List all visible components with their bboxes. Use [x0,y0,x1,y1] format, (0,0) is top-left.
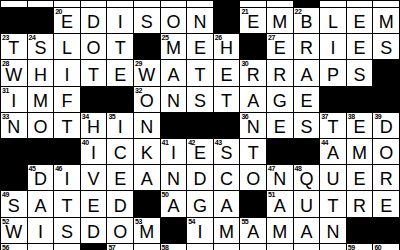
fill-letter: M [166,39,181,59]
fill-letter: R [300,39,313,59]
letter-cell-r8c8[interactable]: A [214,191,240,216]
clue-number: 33 [2,113,9,121]
letter-cell-r4c5[interactable]: 32O [134,87,160,112]
clue-number: 39 [374,113,381,121]
block-cell-r4c4 [107,87,133,112]
fill-letter: E [194,39,206,59]
letter-cell-r7c5[interactable]: A [134,165,160,190]
letter-cell-r10c14[interactable]: 60 [373,244,399,250]
letter-cell-r3c0[interactable]: 28W [1,60,27,85]
clue-number: 22 [295,8,302,16]
letter-cell-r9c1[interactable]: I [28,218,54,243]
letter-cell-r5c14[interactable]: 39D [373,113,399,138]
letter-cell-r1c2[interactable]: 20E [54,8,80,33]
fill-letter: R [247,66,260,86]
fill-letter: S [8,197,20,217]
letter-cell-r2c13[interactable]: E [347,34,373,59]
fill-letter: H [34,66,47,86]
block-cell-r1c8 [214,8,240,33]
clue-number: 25 [162,34,169,42]
clue-number: 60 [374,244,381,250]
letter-cell-r5c12[interactable]: 37T [320,113,346,138]
letter-cell-r1c13[interactable]: E [347,8,373,33]
clue-number: 32 [135,87,142,95]
fill-letter: T [61,197,72,217]
letter-cell-r7c8[interactable]: C [214,165,240,190]
fill-letter: H [220,39,233,59]
fill-letter: A [274,197,286,217]
block-cell-r5c6 [161,113,187,138]
block-cell-r4c13 [347,87,373,112]
letter-cell-r10c7[interactable] [187,244,213,250]
clue-number: 40 [82,139,89,147]
letter-cell-r8c2[interactable]: T [54,191,80,216]
letter-cell-r4c8[interactable]: T [214,87,240,112]
fill-letter: O [246,170,260,190]
letter-cell-r3c10[interactable]: R [267,60,293,85]
letter-cell-r3c2[interactable]: I [54,60,80,85]
clue-number: 50 [162,191,169,199]
clue-number: 49 [2,191,9,199]
letter-cell-r9c10[interactable]: M [267,218,293,243]
letter-cell-r6c13[interactable]: M [347,139,373,164]
clue-number: 48 [295,165,302,173]
letter-cell-r2c10[interactable]: 27E [267,34,293,59]
block-cell-r7c0 [1,165,27,190]
letter-cell-r7c1[interactable]: 45D [28,165,54,190]
letter-cell-r5c5[interactable]: N [134,113,160,138]
letter-cell-r4c7[interactable]: S [187,87,213,112]
letter-cell-r1c14[interactable]: M [373,8,399,33]
fill-letter: P [327,66,339,86]
letter-cell-r6c7[interactable]: 42E [187,139,213,164]
letter-cell-r2c14[interactable]: S [373,34,399,59]
fill-letter: E [61,13,73,33]
letter-cell-r4c0[interactable]: 31I [1,87,27,112]
clue-number: 44 [321,139,328,147]
letter-cell-r6c3[interactable]: 40I [81,139,107,164]
clue-number: 45 [29,165,36,173]
fill-letter: N [7,118,20,138]
letter-cell-r10c12[interactable] [320,244,346,250]
fill-letter: D [87,223,100,243]
fill-letter: K [141,144,153,164]
fill-letter: A [167,66,179,86]
crossword-board: 20EDISON21EM22BLEM23T24SLOT25ME26H27ERIE… [0,0,400,250]
fill-letter: I [330,39,335,59]
clue-number: 54 [188,218,195,226]
letter-cell-r3c7[interactable]: T [187,60,213,85]
fill-letter: I [91,144,96,164]
fill-letter: A [34,197,46,217]
fill-letter: O [113,223,127,243]
fill-letter: S [300,118,312,138]
letter-cell-r4c10[interactable]: G [267,87,293,112]
letter-cell-r10c0[interactable]: 56 [1,244,27,250]
letter-cell-r9c11[interactable]: A [294,218,320,243]
block-cell-r1c0 [1,8,27,33]
block-cell-r6c0 [1,139,27,164]
letter-cell-r5c1[interactable]: O [28,113,54,138]
fill-letter: O [140,92,154,112]
clue-number: 29 [135,60,142,68]
letter-cell-r4c1[interactable]: M [28,87,54,112]
fill-letter: A [300,66,312,86]
letter-cell-r7c9[interactable]: O [240,165,266,190]
fill-letter: T [88,66,99,86]
letter-cell-r7c14[interactable]: R [373,165,399,190]
fill-letter: I [197,223,202,243]
fill-letter: A [167,197,179,217]
fill-letter: W [138,66,155,86]
letter-cell-r3c4[interactable]: E [107,60,133,85]
clue-number: 36 [241,113,248,121]
fill-letter: N [167,170,180,190]
fill-letter: D [87,13,100,33]
letter-cell-r5c0[interactable]: 33N [1,113,27,138]
letter-cell-r1c5[interactable]: S [134,8,160,33]
letter-cell-r0c9[interactable] [240,1,266,7]
letter-cell-r7c6[interactable]: N [161,165,187,190]
fill-letter: S [141,13,153,33]
fill-letter: A [221,197,233,217]
block-cell-r3c14 [373,60,399,85]
letter-cell-r6c8[interactable]: 43S [214,139,240,164]
letter-cell-r5c10[interactable]: E [267,113,293,138]
letter-cell-r3c1[interactable]: H [28,60,54,85]
fill-letter: N [167,92,180,112]
letter-cell-r1c7[interactable]: N [187,8,213,33]
letter-cell-r0c6[interactable] [161,1,187,7]
fill-letter: E [354,118,366,138]
block-cell-r9c6 [161,218,187,243]
letter-cell-r5c2[interactable]: T [54,113,80,138]
block-cell-r8c9 [240,191,266,216]
letter-cell-r5c4[interactable]: 35I [107,113,133,138]
letter-cell-r3c12[interactable]: P [320,60,346,85]
letter-cell-r2c11[interactable]: R [294,34,320,59]
clue-number: 42 [188,139,195,147]
fill-letter: E [114,170,126,190]
block-cell-r6c10 [267,139,293,164]
letter-cell-r0c13[interactable] [347,1,373,7]
fill-letter: I [118,118,123,138]
clue-number: 58 [162,244,169,250]
letter-cell-r6c14[interactable]: O [373,139,399,164]
fill-letter: L [328,13,338,33]
letter-cell-r7c7[interactable]: D [187,165,213,190]
letter-cell-r10c8[interactable] [214,244,240,250]
fill-letter: M [272,223,287,243]
fill-letter: T [61,118,72,138]
letter-cell-r6c5[interactable]: K [134,139,160,164]
fill-letter: T [115,39,126,59]
letter-cell-r8c13[interactable]: R [347,191,373,216]
letter-cell-r1c4[interactable]: I [107,8,133,33]
fill-letter: D [34,170,47,190]
letter-cell-r6c6[interactable]: 41I [161,139,187,164]
letter-cell-r3c8[interactable]: E [214,60,240,85]
fill-letter: O [166,13,180,33]
block-cell-r6c1 [28,139,54,164]
letter-cell-r10c5[interactable] [134,244,160,250]
fill-letter: A [247,223,259,243]
clue-number: 27 [268,34,275,42]
clue-number: 51 [268,191,275,199]
letter-cell-r9c0[interactable]: 52W [1,218,27,243]
fill-letter: L [62,39,72,59]
letter-cell-r8c0[interactable]: 49S [1,191,27,216]
block-cell-r6c11 [294,139,320,164]
letter-cell-r2c6[interactable]: 25M [161,34,187,59]
fill-letter: M [379,13,394,33]
fill-letter: O [33,118,47,138]
clue-number: 23 [2,34,9,42]
letter-cell-r9c4[interactable]: O [107,218,133,243]
letter-cell-r0c4[interactable] [107,1,133,7]
fill-letter: N [193,13,206,33]
fill-letter: U [326,170,339,190]
letter-cell-r4c2[interactable]: F [54,87,80,112]
letter-cell-r9c8[interactable]: M [214,218,240,243]
letter-cell-r5c13[interactable]: 38E [347,113,373,138]
letter-cell-r5c9[interactable]: 36N [240,113,266,138]
letter-cell-r0c2[interactable] [54,1,80,7]
fill-letter: R [353,197,366,217]
fill-letter: M [272,13,287,33]
letter-cell-r9c7[interactable]: 54I [187,218,213,243]
clue-number: 20 [55,8,62,16]
letter-cell-r7c13[interactable]: E [347,165,373,190]
clue-number: 26 [215,34,222,42]
fill-letter: G [273,92,287,112]
clue-number: 24 [29,34,36,42]
fill-letter: E [221,66,233,86]
fill-letter: D [114,197,127,217]
letter-cell-r6c4[interactable]: C [107,139,133,164]
fill-letter: E [114,66,126,86]
fill-letter: G [193,197,207,217]
fill-letter: W [5,66,22,86]
letter-cell-r2c1[interactable]: 24S [28,34,54,59]
clue-number: 56 [2,244,9,250]
fill-letter: I [118,13,123,33]
fill-letter: D [193,170,206,190]
letter-cell-r9c5[interactable]: 53M [134,218,160,243]
fill-letter: T [327,118,338,138]
fill-letter: E [194,144,206,164]
letter-cell-r7c2[interactable]: 46I [54,165,80,190]
block-cell-r4c12 [320,87,346,112]
letter-cell-r3c3[interactable]: T [81,60,107,85]
letter-cell-r0c0[interactable] [1,1,27,7]
letter-cell-r9c9[interactable]: 55A [240,218,266,243]
letter-cell-r8c10[interactable]: 51A [267,191,293,216]
fill-letter: M [352,144,367,164]
fill-letter: Q [299,170,313,190]
letter-cell-r0c12[interactable] [320,1,346,7]
clue-number: 28 [2,60,9,68]
letter-cell-r10c9[interactable] [240,244,266,250]
fill-letter: A [141,170,153,190]
letter-cell-r9c12[interactable]: N [320,218,346,243]
letter-cell-r1c11[interactable]: 22B [294,8,320,33]
letter-cell-r2c12[interactable]: I [320,34,346,59]
letter-cell-r10c4[interactable]: 57 [107,244,133,250]
fill-letter: N [247,118,260,138]
letter-cell-r3c9[interactable]: 30R [240,60,266,85]
letter-cell-r3c6[interactable]: A [161,60,187,85]
block-cell-r0c11 [294,1,320,7]
letter-cell-r10c1[interactable] [28,244,54,250]
clue-number: 37 [321,113,328,121]
fill-letter: T [194,66,205,86]
block-cell-r5c7 [187,113,213,138]
fill-letter: E [380,197,392,217]
letter-cell-r1c12[interactable]: L [320,8,346,33]
letter-cell-r2c2[interactable]: L [54,34,80,59]
letter-cell-r7c4[interactable]: E [107,165,133,190]
fill-letter: V [88,170,100,190]
letter-cell-r3c11[interactable]: A [294,60,320,85]
letter-cell-r9c3[interactable]: D [81,218,107,243]
letter-cell-r0c7[interactable] [187,1,213,7]
fill-letter: A [300,223,312,243]
letter-cell-r3c13[interactable]: S [347,60,373,85]
letter-cell-r1c9[interactable]: 21E [240,8,266,33]
fill-letter: N [273,170,286,190]
letter-cell-r10c10[interactable] [267,244,293,250]
fill-letter: E [274,39,286,59]
letter-cell-r7c12[interactable]: U [320,165,346,190]
fill-letter: S [221,144,233,164]
fill-letter: S [61,223,73,243]
clue-number: 38 [348,113,355,121]
fill-letter: N [140,118,153,138]
letter-cell-r2c3[interactable]: O [81,34,107,59]
letter-cell-r10c13[interactable]: 59 [347,244,373,250]
letter-cell-r5c3[interactable]: 34H [81,113,107,138]
block-cell-r4c14 [373,87,399,112]
fill-letter: M [139,223,154,243]
letter-cell-r4c6[interactable]: N [161,87,187,112]
clue-number: 46 [55,165,62,173]
fill-letter: F [61,92,72,112]
fill-letter: C [114,144,127,164]
fill-letter: T [327,197,338,217]
fill-letter: O [379,144,393,164]
letter-cell-r1c3[interactable]: D [81,8,107,33]
fill-letter: W [5,223,22,243]
block-cell-r1c1 [28,8,54,33]
fill-letter: D [380,118,393,138]
block-cell-r9c13 [347,218,373,243]
fill-letter: I [64,170,69,190]
letter-cell-r0c5[interactable] [134,1,160,7]
block-cell-r4c3 [81,87,107,112]
fill-letter: A [327,144,339,164]
fill-letter: E [354,170,366,190]
letter-cell-r0c10[interactable] [267,1,293,7]
fill-letter: E [300,92,312,112]
letter-cell-r1c6[interactable]: O [161,8,187,33]
block-cell-r10c3 [81,244,107,250]
letter-cell-r5c11[interactable]: S [294,113,320,138]
clue-number: 52 [2,218,9,226]
letter-cell-r7c3[interactable]: V [81,165,107,190]
letter-cell-r0c3[interactable] [81,1,107,7]
letter-cell-r2c7[interactable]: E [187,34,213,59]
fill-letter: N [326,223,339,243]
letter-cell-r7c10[interactable]: 47N [267,165,293,190]
letter-cell-r9c2[interactable]: S [54,218,80,243]
letter-cell-r7c11[interactable]: 48Q [294,165,320,190]
letter-cell-r3c5[interactable]: 29W [134,60,160,85]
block-cell-r2c5 [134,34,160,59]
fill-letter: E [354,39,366,59]
fill-letter: E [247,13,259,33]
letter-cell-r10c11[interactable] [294,244,320,250]
block-cell-r8c5 [134,191,160,216]
letter-cell-r10c6[interactable]: 58 [161,244,187,250]
fill-letter: T [8,39,19,59]
letter-cell-r1c10[interactable]: M [267,8,293,33]
clue-number: 53 [135,218,142,226]
block-cell-r5c8 [214,113,240,138]
block-cell-r0c8 [214,1,240,7]
block-cell-r6c2 [54,139,80,164]
letter-cell-r2c4[interactable]: T [107,34,133,59]
letter-cell-r2c0[interactable]: 23T [1,34,27,59]
fill-letter: T [221,92,232,112]
letter-cell-r4c11[interactable]: E [294,87,320,112]
fill-letter: I [171,144,176,164]
clue-number: 35 [108,113,115,121]
letter-cell-r8c7[interactable]: G [187,191,213,216]
letter-cell-r2c8[interactable]: 26H [214,34,240,59]
fill-letter: M [219,223,234,243]
letter-cell-r6c12[interactable]: 44A [320,139,346,164]
letter-cell-r0c1[interactable] [28,1,54,7]
fill-letter: A [247,92,259,112]
fill-letter: E [354,13,366,33]
letter-cell-r8c1[interactable]: A [28,191,54,216]
letter-cell-r8c6[interactable]: 50A [161,191,187,216]
letter-cell-r8c11[interactable]: U [294,191,320,216]
fill-letter: I [64,66,69,86]
fill-letter: R [380,170,393,190]
clue-number: 34 [82,113,89,121]
letter-cell-r10c2[interactable] [54,244,80,250]
clue-number: 55 [241,218,248,226]
fill-letter: R [273,66,286,86]
fill-letter: S [354,66,366,86]
fill-letter: I [11,92,16,112]
letter-cell-r4c9[interactable]: A [240,87,266,112]
letter-cell-r8c14[interactable]: E [373,191,399,216]
fill-letter: E [88,197,100,217]
letter-cell-r0c14[interactable] [373,1,399,7]
fill-letter: C [220,170,233,190]
letter-cell-r8c4[interactable]: D [107,191,133,216]
fill-letter: B [300,13,312,33]
letter-cell-r6c9[interactable]: T [240,139,266,164]
letter-cell-r8c3[interactable]: E [81,191,107,216]
letter-cell-r8c12[interactable]: T [320,191,346,216]
clue-number: 57 [108,244,115,250]
fill-letter: O [87,39,101,59]
clue-number: 30 [241,60,248,68]
